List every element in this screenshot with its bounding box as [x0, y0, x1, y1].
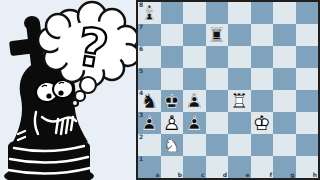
square-h5[interactable] [296, 68, 319, 90]
square-g4[interactable] [273, 90, 296, 112]
square-b8[interactable] [161, 2, 184, 24]
square-a3[interactable]: 3♟♙ [138, 112, 161, 134]
square-d8[interactable] [206, 2, 229, 24]
file-label-f: f [269, 172, 272, 178]
rook-outline-glyph: ♖ [228, 90, 251, 112]
square-h8[interactable] [296, 2, 319, 24]
square-g2[interactable] [273, 134, 296, 156]
square-f3[interactable]: ♚♔ [251, 112, 274, 134]
thinking-king-illustration: ? [0, 0, 136, 180]
file-label-a: a [155, 172, 159, 178]
file-label-b: b [178, 172, 182, 178]
file-label-e: e [245, 172, 249, 178]
square-h2[interactable] [296, 134, 319, 156]
square-d1[interactable]: d [206, 156, 229, 178]
square-e4[interactable]: ♜♖ [228, 90, 251, 112]
square-f4[interactable] [251, 90, 274, 112]
square-e2[interactable] [228, 134, 251, 156]
square-c6[interactable] [183, 46, 206, 68]
white-rook[interactable]: ♜♖ [228, 90, 251, 112]
square-a8[interactable]: 8♝♗ [138, 2, 161, 24]
pawn-outline-glyph: ♙ [183, 90, 206, 112]
square-h1[interactable]: h [296, 156, 319, 178]
square-b1[interactable]: b [161, 156, 184, 178]
square-g8[interactable] [273, 2, 296, 24]
rank-label-6: 6 [139, 46, 143, 52]
square-e6[interactable] [228, 46, 251, 68]
knight-outline-glyph: ♘ [138, 90, 161, 112]
square-d5[interactable] [206, 68, 229, 90]
square-f1[interactable]: f [251, 156, 274, 178]
square-a7[interactable]: 7 [138, 24, 161, 46]
square-c1[interactable]: c [183, 156, 206, 178]
square-c8[interactable] [183, 2, 206, 24]
square-c4[interactable]: ♟♙ [183, 90, 206, 112]
white-knight[interactable]: ♞♘ [161, 134, 184, 156]
rank-label-2: 2 [139, 134, 143, 140]
square-b6[interactable] [161, 46, 184, 68]
square-f8[interactable] [251, 2, 274, 24]
square-e1[interactable]: e [228, 156, 251, 178]
file-label-h: h [313, 172, 317, 178]
file-label-g: g [290, 172, 294, 178]
bishop-outline-glyph: ♗ [138, 2, 161, 24]
square-g7[interactable] [273, 24, 296, 46]
black-king[interactable]: ♚♔ [161, 90, 184, 112]
square-c5[interactable] [183, 68, 206, 90]
square-a5[interactable]: 5 [138, 68, 161, 90]
square-e7[interactable] [228, 24, 251, 46]
rank-label-5: 5 [139, 68, 143, 74]
square-d4[interactable] [206, 90, 229, 112]
black-knight[interactable]: ♞♘ [138, 90, 161, 112]
square-a1[interactable]: 1a [138, 156, 161, 178]
white-king[interactable]: ♚♔ [251, 112, 274, 134]
square-b7[interactable] [161, 24, 184, 46]
square-b4[interactable]: ♚♔ [161, 90, 184, 112]
square-c3[interactable]: ♟♙ [183, 112, 206, 134]
square-d7[interactable]: ♜♖ [206, 24, 229, 46]
rank-label-7: 7 [139, 24, 143, 30]
square-f6[interactable] [251, 46, 274, 68]
black-pawn[interactable]: ♟♙ [183, 90, 206, 112]
square-g1[interactable]: g [273, 156, 296, 178]
square-d3[interactable] [206, 112, 229, 134]
square-g6[interactable] [273, 46, 296, 68]
square-e8[interactable] [228, 2, 251, 24]
square-e3[interactable] [228, 112, 251, 134]
square-b2[interactable]: ♞♘ [161, 134, 184, 156]
black-rook[interactable]: ♜♖ [206, 24, 229, 46]
square-h6[interactable] [296, 46, 319, 68]
square-a4[interactable]: 4♞♘ [138, 90, 161, 112]
square-c7[interactable] [183, 24, 206, 46]
black-pawn[interactable]: ♟♙ [183, 112, 206, 134]
knight-outline-glyph: ♘ [161, 134, 184, 156]
square-a6[interactable]: 6 [138, 46, 161, 68]
black-bishop[interactable]: ♝♗ [138, 2, 161, 24]
rook-outline-glyph: ♖ [206, 24, 229, 46]
square-c2[interactable] [183, 134, 206, 156]
square-f2[interactable] [251, 134, 274, 156]
king-outline-glyph: ♔ [161, 90, 184, 112]
chess-board[interactable]: 8♝♗7♜♖654♞♘♚♔♟♙♜♖3♟♙♟♙♟♙♚♔2♞♘1abcdefgh [136, 0, 320, 180]
square-b5[interactable] [161, 68, 184, 90]
scene: ? 8♝♗7♜♖654♞♘♚♔♟♙♜♖3♟♙♟♙♟♙♚♔2♞♘1abcdefgh [0, 0, 320, 180]
square-h7[interactable] [296, 24, 319, 46]
square-a2[interactable]: 2 [138, 134, 161, 156]
square-g5[interactable] [273, 68, 296, 90]
square-f5[interactable] [251, 68, 274, 90]
rank-label-1: 1 [139, 156, 143, 162]
square-b3[interactable]: ♟♙ [161, 112, 184, 134]
square-d2[interactable] [206, 134, 229, 156]
square-d6[interactable] [206, 46, 229, 68]
square-h3[interactable] [296, 112, 319, 134]
pawn-outline-glyph: ♙ [138, 112, 161, 134]
square-h4[interactable] [296, 90, 319, 112]
black-pawn[interactable]: ♟♙ [138, 112, 161, 134]
square-e5[interactable] [228, 68, 251, 90]
white-pawn[interactable]: ♟♙ [161, 112, 184, 134]
square-f7[interactable] [251, 24, 274, 46]
file-label-c: c [201, 172, 205, 178]
king-outline-glyph: ♔ [251, 112, 274, 134]
square-g3[interactable] [273, 112, 296, 134]
thought-bubble: ? [0, 0, 136, 112]
pawn-outline-glyph: ♙ [161, 112, 184, 134]
file-label-d: d [223, 172, 227, 178]
pawn-outline-glyph: ♙ [183, 112, 206, 134]
